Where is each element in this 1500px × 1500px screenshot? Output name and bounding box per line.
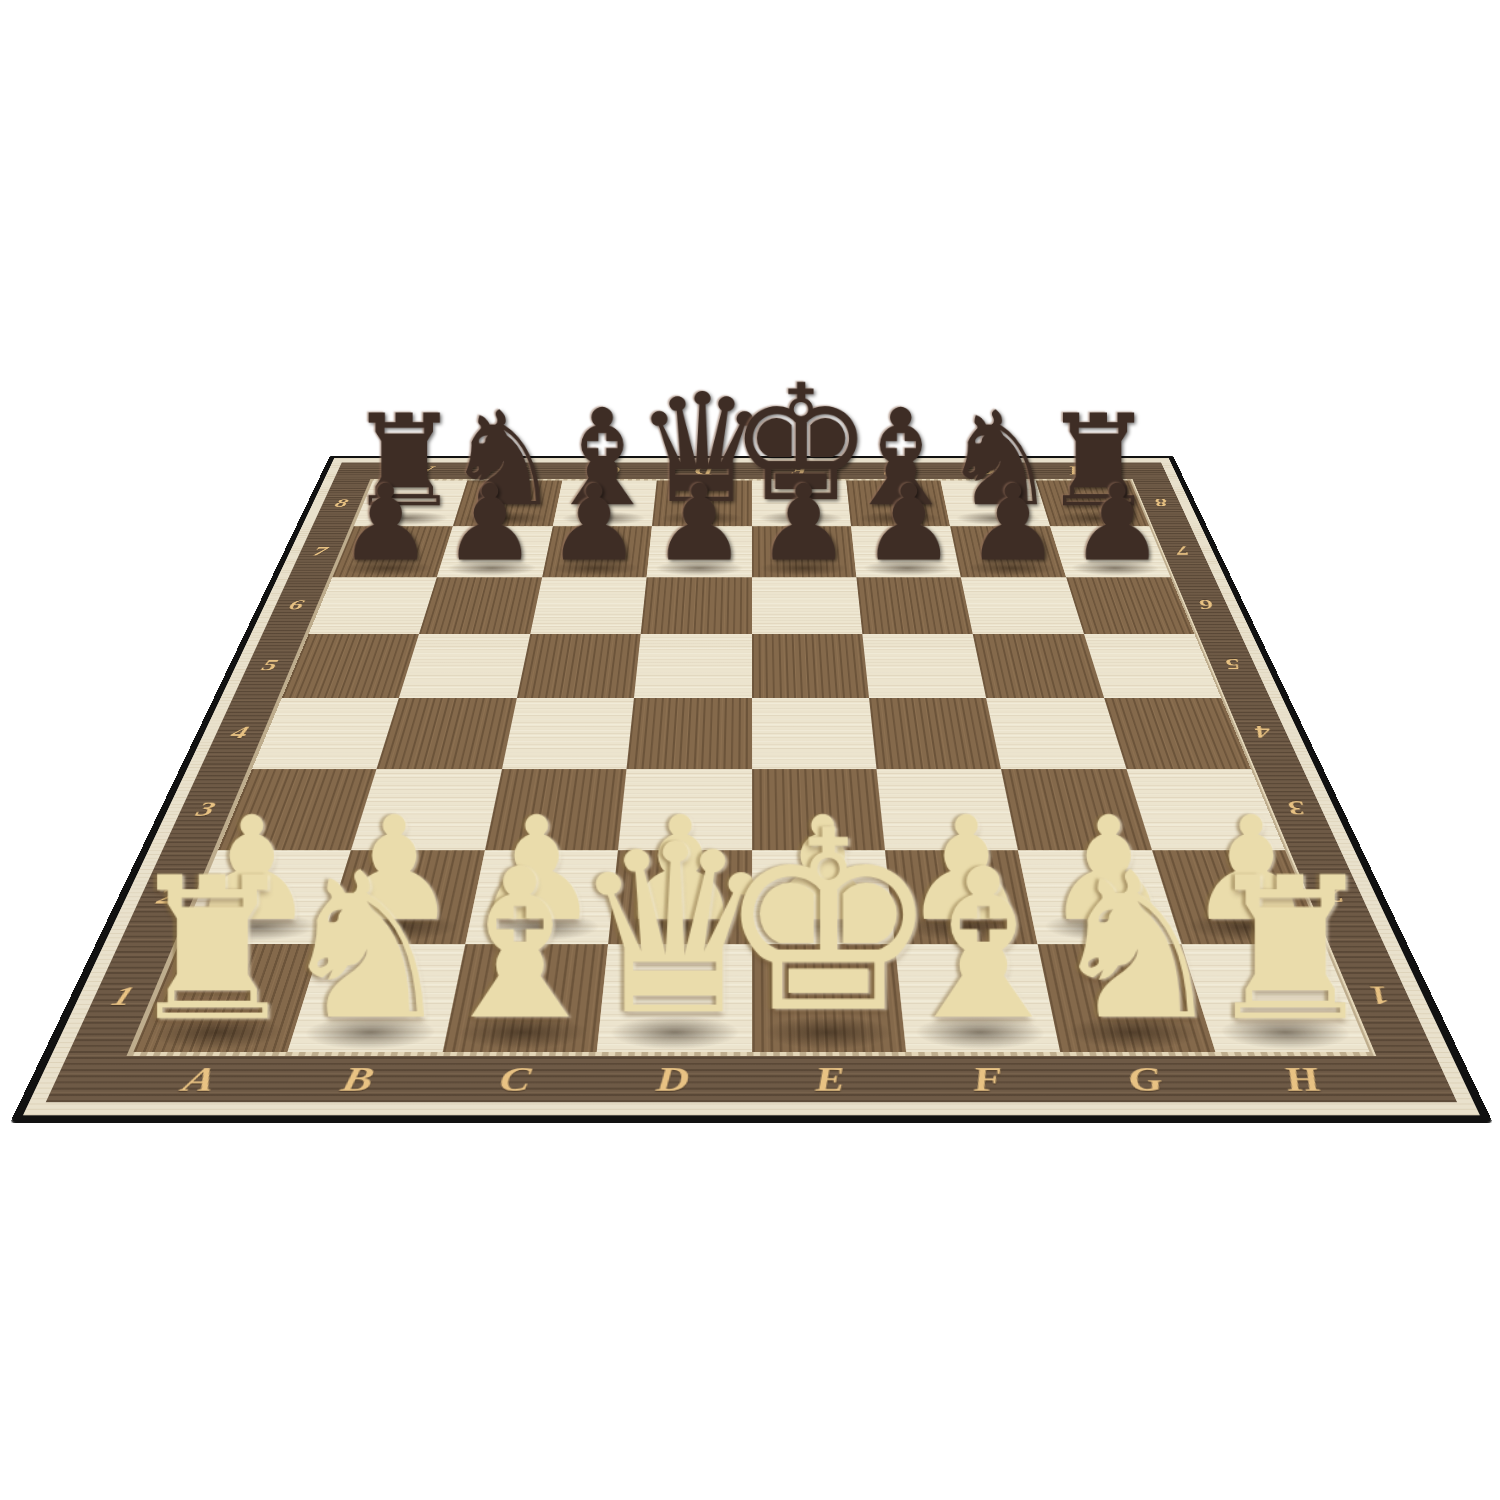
file-label-g: G: [1061, 1056, 1231, 1102]
square-g4: [986, 698, 1126, 770]
square-g1: ♞: [1038, 944, 1215, 1052]
file-label-a: A: [374, 462, 474, 478]
square-e6: [752, 577, 863, 634]
square-d4: [627, 698, 752, 770]
square-f7: ♟: [851, 526, 961, 577]
square-f1: ♝: [895, 944, 1061, 1052]
file-label-d: D: [657, 462, 751, 478]
square-h1: ♜: [1181, 944, 1369, 1052]
black-pawn: ♟: [652, 470, 746, 575]
square-g6: [961, 577, 1084, 634]
file-label-f: F: [906, 1056, 1071, 1102]
black-pawn: ♟: [338, 470, 432, 575]
white-rook: ♜: [1203, 851, 1380, 1048]
square-a6: [309, 577, 438, 634]
square-a7: ♟: [332, 526, 453, 577]
chess-board: ABCDEFGH ABCDEFGH 87654321 87654321 ♜♞♝♛…: [10, 456, 1493, 1123]
black-pawn: ♟: [547, 470, 641, 575]
square-f5: [862, 634, 986, 698]
square-g7: ♟: [950, 526, 1065, 577]
square-h7: ♟: [1050, 526, 1171, 577]
file-label-a: A: [112, 1056, 286, 1102]
white-rook: ♜: [124, 851, 301, 1048]
square-c5: [517, 634, 641, 698]
file-label-f: F: [844, 462, 940, 478]
square-f6: [856, 577, 973, 634]
board-scene: ABCDEFGH ABCDEFGH 87654321 87654321 ♜♞♝♛…: [214, 160, 1289, 1235]
file-label-h: H: [1216, 1056, 1390, 1102]
square-e4: [752, 698, 877, 770]
square-c6: [530, 577, 647, 634]
square-g5: [973, 634, 1104, 698]
file-label-g: G: [937, 462, 1035, 478]
file-labels-top: ABCDEFGH: [374, 462, 1130, 478]
black-pawn: ♟: [757, 470, 851, 575]
file-label-c: C: [432, 1056, 597, 1102]
white-knight: ♞: [1046, 846, 1227, 1048]
file-label-d: D: [592, 1056, 752, 1102]
product-photo: ABCDEFGH ABCDEFGH 87654321 87654321 ♜♞♝♛…: [0, 0, 1500, 1500]
square-b5: [399, 634, 530, 698]
square-b6: [419, 577, 542, 634]
file-label-h: H: [1030, 462, 1130, 478]
square-c4: [502, 698, 634, 770]
file-label-e: E: [752, 462, 846, 478]
square-b4: [377, 698, 517, 770]
file-label-b: B: [468, 462, 566, 478]
file-label-e: E: [752, 1056, 912, 1102]
square-e5: [752, 634, 869, 698]
file-labels-bottom: ABCDEFGH: [112, 1056, 1390, 1102]
square-d6: [641, 577, 752, 634]
square-d7: ♟: [647, 526, 752, 577]
black-pawn: ♟: [966, 470, 1060, 575]
square-c7: ♟: [542, 526, 652, 577]
square-d5: [634, 634, 751, 698]
square-b7: ♟: [437, 526, 552, 577]
black-pawn: ♟: [861, 470, 955, 575]
file-label-b: B: [272, 1056, 442, 1102]
square-f4: [869, 698, 1001, 770]
square-e7: ♟: [752, 526, 857, 577]
file-label-c: C: [563, 462, 659, 478]
square-e1: ♚: [752, 944, 907, 1052]
black-pawn: ♟: [443, 470, 537, 575]
